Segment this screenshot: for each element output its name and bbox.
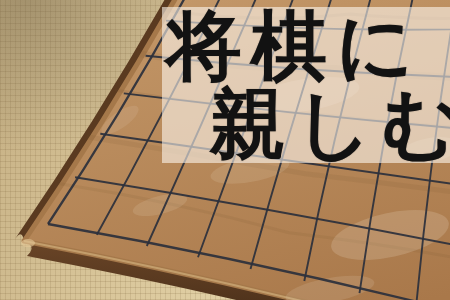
scene: 将棋に 親しむ (0, 0, 450, 300)
caption-line-1: 将棋に (166, 8, 423, 84)
caption-line-2: 親しむ (210, 86, 450, 162)
